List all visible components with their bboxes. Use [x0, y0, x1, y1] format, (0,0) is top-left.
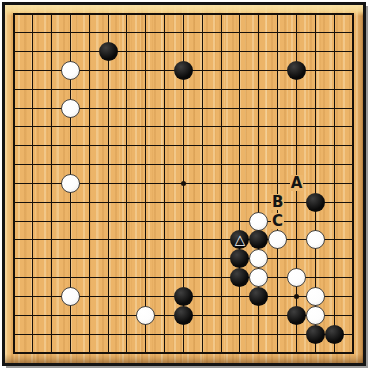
intersection[interactable] [306, 174, 325, 193]
intersection[interactable] [155, 344, 174, 363]
intersection[interactable] [231, 249, 250, 268]
intersection[interactable] [268, 99, 287, 118]
intersection[interactable] [325, 344, 344, 363]
intersection[interactable] [80, 155, 99, 174]
intersection[interactable] [249, 155, 268, 174]
intersection[interactable] [306, 344, 325, 363]
intersection[interactable] [344, 23, 363, 42]
intersection[interactable] [174, 5, 193, 24]
black-stone[interactable] [306, 193, 325, 212]
intersection[interactable] [174, 23, 193, 42]
intersection[interactable] [61, 80, 80, 99]
intersection[interactable] [325, 193, 344, 212]
intersection[interactable] [5, 249, 24, 268]
intersection[interactable] [5, 118, 24, 137]
intersection[interactable] [118, 325, 137, 344]
intersection[interactable] [268, 344, 287, 363]
intersection[interactable] [23, 231, 42, 250]
intersection[interactable] [136, 155, 155, 174]
intersection[interactable] [5, 268, 24, 287]
intersection[interactable] [193, 42, 212, 61]
intersection[interactable] [268, 42, 287, 61]
intersection[interactable] [99, 155, 118, 174]
intersection[interactable] [212, 212, 231, 231]
intersection[interactable] [23, 306, 42, 325]
intersection[interactable] [136, 268, 155, 287]
intersection[interactable] [306, 99, 325, 118]
intersection[interactable] [344, 99, 363, 118]
intersection[interactable] [174, 268, 193, 287]
intersection[interactable] [174, 212, 193, 231]
intersection[interactable] [80, 212, 99, 231]
intersection[interactable] [118, 212, 137, 231]
intersection[interactable] [42, 287, 61, 306]
intersection[interactable] [42, 99, 61, 118]
intersection[interactable] [23, 80, 42, 99]
intersection[interactable] [325, 155, 344, 174]
intersection[interactable] [80, 80, 99, 99]
intersection[interactable] [5, 306, 24, 325]
intersection[interactable] [249, 5, 268, 24]
intersection[interactable] [344, 155, 363, 174]
white-stone[interactable] [306, 230, 325, 249]
intersection[interactable] [155, 80, 174, 99]
intersection[interactable] [287, 118, 306, 137]
intersection[interactable] [61, 42, 80, 61]
intersection[interactable] [155, 287, 174, 306]
intersection[interactable] [287, 136, 306, 155]
intersection[interactable] [61, 193, 80, 212]
intersection[interactable] [231, 80, 250, 99]
intersection[interactable] [231, 193, 250, 212]
intersection[interactable] [287, 306, 306, 325]
intersection[interactable] [193, 231, 212, 250]
intersection[interactable] [231, 5, 250, 24]
intersection[interactable] [42, 306, 61, 325]
intersection[interactable] [155, 42, 174, 61]
intersection[interactable] [118, 155, 137, 174]
intersection[interactable] [325, 99, 344, 118]
intersection[interactable]: △ [231, 231, 250, 250]
intersection[interactable] [231, 23, 250, 42]
intersection[interactable] [287, 42, 306, 61]
intersection[interactable] [5, 212, 24, 231]
intersection[interactable] [344, 249, 363, 268]
intersection[interactable] [155, 5, 174, 24]
intersection[interactable] [325, 268, 344, 287]
intersection[interactable] [287, 23, 306, 42]
intersection[interactable] [231, 136, 250, 155]
intersection[interactable] [306, 268, 325, 287]
black-stone[interactable] [287, 61, 306, 80]
intersection[interactable] [268, 174, 287, 193]
intersection[interactable] [155, 174, 174, 193]
intersection[interactable] [174, 344, 193, 363]
intersection[interactable] [174, 249, 193, 268]
intersection[interactable] [325, 42, 344, 61]
intersection[interactable] [80, 136, 99, 155]
intersection[interactable] [5, 61, 24, 80]
intersection[interactable] [99, 249, 118, 268]
intersection[interactable] [306, 306, 325, 325]
intersection[interactable] [212, 325, 231, 344]
intersection[interactable] [42, 325, 61, 344]
intersection[interactable] [23, 61, 42, 80]
intersection[interactable] [287, 231, 306, 250]
intersection[interactable] [231, 118, 250, 137]
intersection[interactable] [61, 325, 80, 344]
intersection[interactable] [231, 212, 250, 231]
intersection[interactable] [174, 287, 193, 306]
intersection[interactable] [212, 99, 231, 118]
intersection[interactable] [5, 287, 24, 306]
intersection[interactable] [136, 174, 155, 193]
intersection[interactable] [174, 193, 193, 212]
intersection[interactable] [42, 23, 61, 42]
intersection[interactable] [287, 212, 306, 231]
intersection[interactable] [136, 193, 155, 212]
intersection[interactable] [5, 5, 24, 24]
intersection[interactable] [174, 174, 193, 193]
intersection[interactable] [118, 174, 137, 193]
intersection[interactable] [118, 118, 137, 137]
intersection[interactable] [231, 325, 250, 344]
black-stone[interactable] [287, 306, 306, 325]
black-stone[interactable] [230, 268, 249, 287]
intersection[interactable] [287, 61, 306, 80]
intersection[interactable] [118, 193, 137, 212]
intersection[interactable] [268, 155, 287, 174]
intersection[interactable] [118, 61, 137, 80]
intersection[interactable] [61, 344, 80, 363]
intersection[interactable] [212, 287, 231, 306]
intersection[interactable]: C [268, 212, 287, 231]
intersection[interactable] [136, 325, 155, 344]
intersection[interactable] [99, 136, 118, 155]
intersection[interactable] [344, 287, 363, 306]
intersection[interactable] [118, 268, 137, 287]
intersection[interactable] [212, 249, 231, 268]
intersection[interactable] [155, 136, 174, 155]
intersection[interactable] [23, 212, 42, 231]
intersection[interactable] [249, 212, 268, 231]
intersection[interactable] [306, 325, 325, 344]
intersection[interactable] [99, 344, 118, 363]
intersection[interactable] [118, 23, 137, 42]
intersection[interactable] [344, 231, 363, 250]
intersection[interactable] [212, 174, 231, 193]
intersection[interactable] [155, 325, 174, 344]
intersection[interactable] [99, 42, 118, 61]
intersection[interactable] [61, 5, 80, 24]
intersection[interactable] [212, 42, 231, 61]
intersection[interactable] [193, 174, 212, 193]
intersection[interactable] [118, 306, 137, 325]
intersection[interactable] [268, 118, 287, 137]
intersection[interactable] [99, 5, 118, 24]
intersection[interactable] [5, 42, 24, 61]
intersection[interactable] [231, 99, 250, 118]
intersection[interactable]: A [287, 174, 306, 193]
intersection[interactable] [80, 306, 99, 325]
intersection[interactable] [249, 193, 268, 212]
intersection[interactable] [42, 193, 61, 212]
intersection[interactable] [306, 118, 325, 137]
intersection[interactable] [42, 174, 61, 193]
intersection[interactable] [155, 249, 174, 268]
intersection[interactable] [268, 287, 287, 306]
intersection[interactable] [99, 99, 118, 118]
intersection[interactable] [344, 174, 363, 193]
intersection[interactable] [136, 99, 155, 118]
intersection[interactable] [268, 249, 287, 268]
intersection[interactable] [23, 249, 42, 268]
intersection[interactable] [99, 268, 118, 287]
intersection[interactable] [287, 287, 306, 306]
intersection[interactable] [212, 80, 231, 99]
intersection[interactable] [23, 268, 42, 287]
intersection[interactable] [212, 268, 231, 287]
intersection[interactable] [193, 268, 212, 287]
intersection[interactable] [155, 231, 174, 250]
intersection[interactable] [80, 193, 99, 212]
intersection[interactable] [193, 118, 212, 137]
intersection[interactable] [249, 325, 268, 344]
intersection[interactable] [325, 118, 344, 137]
intersection[interactable] [155, 99, 174, 118]
intersection[interactable] [231, 287, 250, 306]
black-stone[interactable] [325, 325, 344, 344]
intersection[interactable] [193, 155, 212, 174]
intersection[interactable] [5, 193, 24, 212]
intersection[interactable] [325, 249, 344, 268]
intersection[interactable] [249, 174, 268, 193]
intersection[interactable] [118, 136, 137, 155]
intersection[interactable] [344, 61, 363, 80]
intersection[interactable] [325, 231, 344, 250]
intersection[interactable] [325, 306, 344, 325]
intersection[interactable] [5, 80, 24, 99]
intersection[interactable] [249, 231, 268, 250]
intersection[interactable] [136, 231, 155, 250]
intersection[interactable] [61, 268, 80, 287]
intersection[interactable] [325, 325, 344, 344]
intersection[interactable] [212, 306, 231, 325]
intersection[interactable] [268, 23, 287, 42]
white-stone[interactable] [306, 306, 325, 325]
intersection[interactable] [306, 80, 325, 99]
intersection[interactable] [212, 5, 231, 24]
intersection[interactable] [61, 118, 80, 137]
intersection[interactable] [212, 231, 231, 250]
white-stone[interactable] [287, 268, 306, 287]
intersection[interactable] [193, 80, 212, 99]
white-stone[interactable] [268, 230, 287, 249]
intersection[interactable] [231, 174, 250, 193]
intersection[interactable] [155, 23, 174, 42]
intersection[interactable] [231, 306, 250, 325]
intersection[interactable] [61, 174, 80, 193]
intersection[interactable] [61, 306, 80, 325]
intersection[interactable] [249, 306, 268, 325]
intersection[interactable] [136, 80, 155, 99]
intersection[interactable] [344, 306, 363, 325]
intersection[interactable] [99, 325, 118, 344]
intersection[interactable] [5, 325, 24, 344]
intersection[interactable] [118, 249, 137, 268]
intersection[interactable] [136, 136, 155, 155]
white-stone[interactable] [136, 306, 155, 325]
intersection[interactable] [42, 118, 61, 137]
intersection[interactable] [42, 249, 61, 268]
intersection[interactable] [23, 344, 42, 363]
intersection[interactable] [42, 5, 61, 24]
intersection[interactable] [80, 344, 99, 363]
intersection[interactable] [249, 249, 268, 268]
intersection[interactable] [23, 155, 42, 174]
intersection[interactable] [99, 306, 118, 325]
intersection[interactable] [5, 136, 24, 155]
intersection[interactable] [268, 325, 287, 344]
intersection[interactable] [212, 344, 231, 363]
intersection[interactable] [80, 23, 99, 42]
intersection[interactable] [306, 249, 325, 268]
intersection[interactable] [61, 231, 80, 250]
intersection[interactable] [136, 23, 155, 42]
intersection[interactable] [118, 5, 137, 24]
intersection[interactable] [136, 61, 155, 80]
intersection[interactable] [5, 231, 24, 250]
intersection[interactable] [344, 136, 363, 155]
intersection[interactable] [118, 99, 137, 118]
intersection[interactable] [268, 61, 287, 80]
intersection[interactable] [174, 136, 193, 155]
intersection[interactable] [193, 193, 212, 212]
intersection[interactable] [61, 61, 80, 80]
intersection[interactable] [23, 287, 42, 306]
intersection[interactable] [23, 325, 42, 344]
white-stone[interactable] [61, 287, 80, 306]
intersection[interactable] [61, 155, 80, 174]
intersection[interactable] [136, 212, 155, 231]
intersection[interactable] [174, 306, 193, 325]
intersection[interactable] [5, 174, 24, 193]
intersection[interactable] [80, 61, 99, 80]
intersection[interactable] [287, 325, 306, 344]
intersection[interactable] [61, 99, 80, 118]
intersection[interactable] [23, 99, 42, 118]
intersection[interactable] [249, 99, 268, 118]
intersection[interactable] [325, 287, 344, 306]
intersection[interactable] [249, 268, 268, 287]
intersection[interactable] [249, 287, 268, 306]
intersection[interactable] [99, 287, 118, 306]
intersection[interactable] [61, 249, 80, 268]
intersection[interactable] [80, 249, 99, 268]
intersection[interactable] [80, 118, 99, 137]
white-stone[interactable] [61, 174, 80, 193]
intersection[interactable] [344, 325, 363, 344]
intersection[interactable] [344, 344, 363, 363]
intersection[interactable] [212, 155, 231, 174]
black-stone[interactable] [249, 230, 268, 249]
intersection[interactable] [287, 5, 306, 24]
intersection[interactable] [136, 5, 155, 24]
intersection[interactable] [174, 231, 193, 250]
intersection[interactable] [306, 42, 325, 61]
intersection[interactable] [155, 118, 174, 137]
intersection[interactable] [344, 268, 363, 287]
intersection[interactable] [118, 344, 137, 363]
intersection[interactable] [99, 118, 118, 137]
black-stone[interactable] [174, 61, 193, 80]
intersection[interactable] [193, 136, 212, 155]
intersection[interactable] [193, 325, 212, 344]
intersection[interactable] [42, 80, 61, 99]
intersection[interactable] [212, 193, 231, 212]
intersection[interactable] [325, 61, 344, 80]
black-stone[interactable] [174, 287, 193, 306]
intersection[interactable] [193, 306, 212, 325]
intersection[interactable] [42, 344, 61, 363]
intersection[interactable] [42, 155, 61, 174]
intersection[interactable] [42, 212, 61, 231]
intersection[interactable] [136, 344, 155, 363]
intersection[interactable] [174, 99, 193, 118]
intersection[interactable] [61, 23, 80, 42]
intersection[interactable] [42, 231, 61, 250]
intersection[interactable] [42, 136, 61, 155]
intersection[interactable] [23, 5, 42, 24]
intersection[interactable] [23, 42, 42, 61]
white-stone[interactable] [249, 268, 268, 287]
intersection[interactable] [5, 23, 24, 42]
intersection[interactable] [174, 118, 193, 137]
intersection[interactable] [23, 174, 42, 193]
intersection[interactable] [231, 155, 250, 174]
intersection[interactable] [249, 61, 268, 80]
intersection[interactable] [174, 325, 193, 344]
intersection[interactable] [61, 287, 80, 306]
intersection[interactable] [268, 268, 287, 287]
intersection[interactable] [325, 80, 344, 99]
intersection[interactable] [99, 80, 118, 99]
intersection[interactable] [155, 193, 174, 212]
intersection[interactable] [174, 80, 193, 99]
white-stone[interactable] [306, 287, 325, 306]
white-stone[interactable] [61, 99, 80, 118]
intersection[interactable] [344, 5, 363, 24]
intersection[interactable] [80, 325, 99, 344]
intersection[interactable]: B [268, 193, 287, 212]
intersection[interactable] [231, 61, 250, 80]
intersection[interactable] [268, 136, 287, 155]
intersection[interactable] [136, 42, 155, 61]
intersection[interactable] [155, 155, 174, 174]
white-stone[interactable] [61, 61, 80, 80]
intersection[interactable] [193, 287, 212, 306]
intersection[interactable] [193, 99, 212, 118]
intersection[interactable] [249, 136, 268, 155]
intersection[interactable] [5, 155, 24, 174]
intersection[interactable] [287, 249, 306, 268]
intersection[interactable] [212, 118, 231, 137]
intersection[interactable] [231, 42, 250, 61]
intersection[interactable] [80, 287, 99, 306]
intersection[interactable] [155, 61, 174, 80]
intersection[interactable] [155, 268, 174, 287]
intersection[interactable] [306, 193, 325, 212]
